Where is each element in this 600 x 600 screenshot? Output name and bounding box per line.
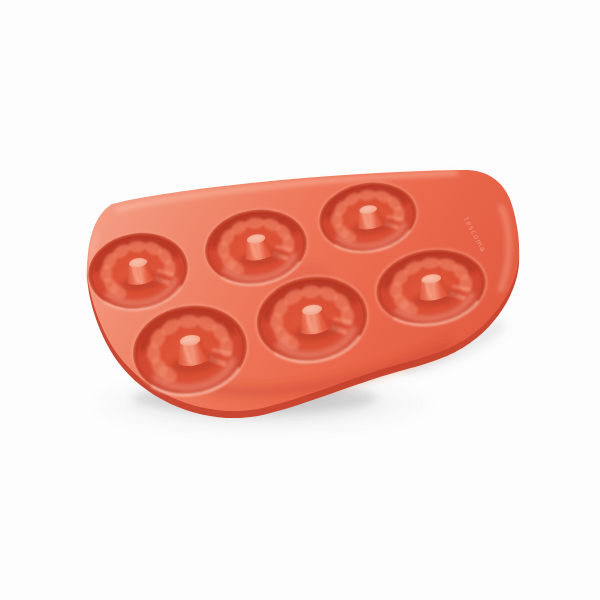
mold-illustration: tescoma: [0, 0, 600, 600]
baking-mold-body: tescoma: [82, 170, 519, 418]
product-photo: tescoma: [0, 0, 600, 600]
